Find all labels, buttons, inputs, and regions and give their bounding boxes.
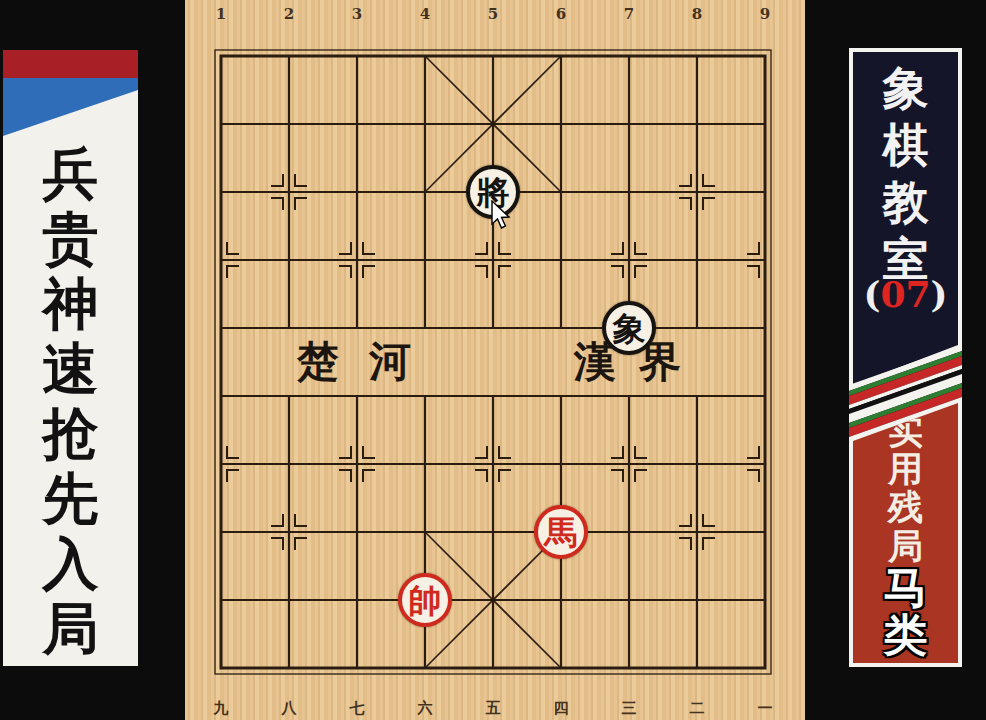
- slogan-char: 先: [43, 470, 99, 526]
- series-title-banner-bg: 象 棋 教 室 (07): [853, 52, 958, 384]
- slogan-char: 速: [43, 340, 99, 396]
- banner-red-band: [3, 50, 138, 80]
- slogan-char: 局: [43, 600, 99, 656]
- episode-paren: ): [931, 273, 948, 315]
- piece-black-elephant[interactable]: 象: [602, 301, 656, 355]
- episode-number: (07): [853, 274, 958, 314]
- piece-red-horse[interactable]: 馬: [534, 505, 588, 559]
- topic-text: 实 用 残 局 马 类: [853, 413, 958, 657]
- episode-digits: 07: [880, 273, 930, 315]
- title-char: 棋: [883, 117, 929, 174]
- left-slogan-banner: 兵 贵 神 速 抢 先 入 局: [3, 50, 138, 666]
- topic-banner: 实 用 残 局 马 类: [849, 395, 962, 667]
- xiangqi-board[interactable]: 1 2 3 4 5 6 7 8 9 楚河 漢界 將象馬帥 九 八 七 六 五 四…: [185, 0, 805, 720]
- topic-char: 局: [888, 528, 923, 563]
- left-slogan-text: 兵 贵 神 速 抢 先 入 局: [3, 140, 138, 660]
- pieces-layer: 將象馬帥: [187, 22, 799, 702]
- mouse-cursor-icon: [491, 200, 513, 232]
- title-char: 象: [883, 60, 929, 117]
- topic-banner-bg: 实 用 残 局 马 类: [853, 399, 958, 663]
- slogan-char: 兵: [43, 145, 99, 201]
- topic-char: 用: [888, 451, 923, 486]
- banner-blue-band: [3, 78, 138, 136]
- topic-char-bold: 类: [884, 613, 928, 657]
- slogan-char: 抢: [43, 405, 99, 461]
- topic-char-bold: 马: [884, 566, 928, 610]
- slogan-char: 入: [43, 535, 99, 591]
- slogan-char: 贵: [43, 210, 99, 266]
- piece-red-general[interactable]: 帥: [398, 573, 452, 627]
- episode-paren: (: [863, 273, 880, 315]
- title-char: 教: [883, 174, 929, 231]
- slogan-char: 神: [43, 275, 99, 331]
- topic-char: 残: [888, 489, 923, 524]
- series-title-text: 象 棋 教 室: [853, 60, 958, 288]
- series-title-banner: 象 棋 教 室 (07): [849, 48, 962, 388]
